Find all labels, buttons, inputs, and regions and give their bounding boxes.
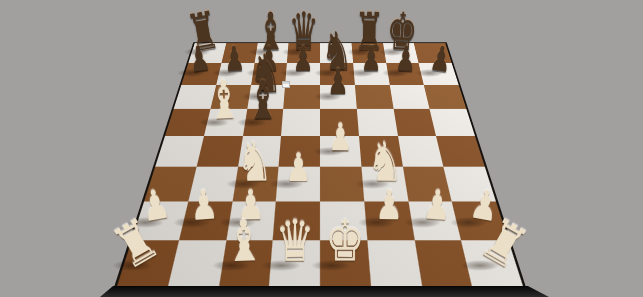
square-h6[interactable]: [424, 85, 466, 109]
piece-white-pawn-g2[interactable]: ♟: [421, 184, 451, 227]
piece-black-pawn-e6[interactable]: ♟: [327, 65, 349, 101]
piece-white-bishop-b5[interactable]: ♝: [206, 73, 242, 128]
piece-black-bishop-c5[interactable]: ♝: [246, 74, 280, 128]
piece-white-pawn-f2[interactable]: ♟: [375, 185, 403, 226]
piece-black-pawn-f7[interactable]: ♟: [361, 42, 382, 77]
square-a5[interactable]: [165, 109, 210, 136]
piece-white-pawn-d3[interactable]: ♟: [285, 148, 311, 187]
render-artifact-box: [282, 81, 290, 88]
board-rim: [100, 286, 549, 297]
piece-white-pawn-e4[interactable]: ♟: [328, 117, 352, 155]
square-f1[interactable]: [367, 241, 421, 287]
piece-white-pawn-b2[interactable]: ♟: [188, 184, 218, 227]
square-b1[interactable]: [168, 241, 226, 287]
square-d5[interactable]: [281, 109, 320, 136]
chess-app-window: ♜♝♛♜♚♟♟♟♟♞♟♟♟♟♞♝♝♟♞♟♞♟♟♟♟♟♟♜♝♛♚♜: [0, 0, 643, 297]
square-f6[interactable]: [355, 85, 394, 109]
chess-board[interactable]: [114, 42, 527, 288]
piece-white-king-e1[interactable]: ♚: [325, 213, 365, 270]
square-h4[interactable]: [436, 136, 484, 166]
square-e3[interactable]: [320, 166, 364, 201]
square-b4[interactable]: [196, 136, 242, 166]
piece-white-queen-d1[interactable]: ♛: [275, 213, 315, 270]
piece-black-pawn-g7[interactable]: ♟: [395, 42, 417, 77]
square-h5[interactable]: [430, 109, 475, 136]
square-g6[interactable]: [389, 85, 429, 109]
piece-black-pawn-d7[interactable]: ♟: [293, 42, 314, 77]
piece-white-bishop-c1[interactable]: ♝: [224, 212, 266, 271]
square-d6[interactable]: [283, 85, 320, 109]
